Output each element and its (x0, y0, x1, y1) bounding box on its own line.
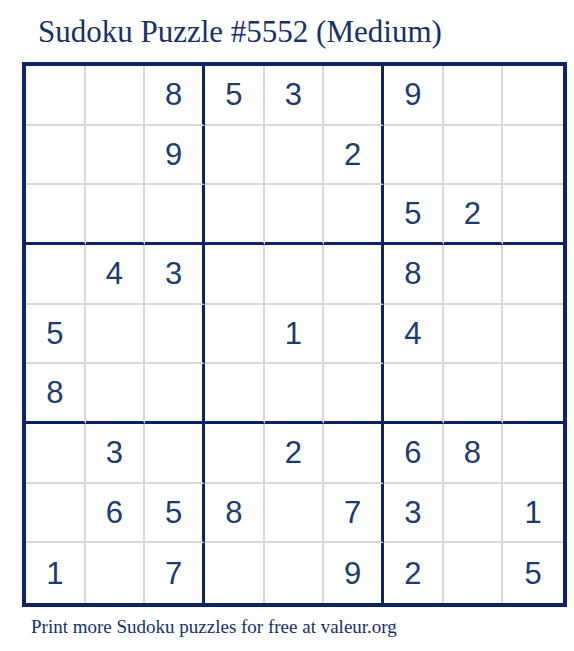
cell-r8c2[interactable]: 6 (86, 484, 146, 544)
cell-r5c6[interactable] (324, 305, 384, 365)
cell-r2c6[interactable]: 2 (324, 126, 384, 186)
cell-r3c3[interactable] (145, 185, 205, 245)
cell-r6c2[interactable] (86, 364, 146, 424)
cell-r3c2[interactable] (86, 185, 146, 245)
cell-r8c8[interactable] (444, 484, 504, 544)
cell-r7c8[interactable]: 8 (444, 424, 504, 484)
cell-r7c7[interactable]: 6 (384, 424, 444, 484)
cell-r9c4[interactable] (205, 543, 265, 603)
cell-r7c9[interactable] (503, 424, 563, 484)
cell-r4c2[interactable]: 4 (86, 245, 146, 305)
cell-r4c9[interactable] (503, 245, 563, 305)
cell-r9c6[interactable]: 9 (324, 543, 384, 603)
cell-r5c1[interactable]: 5 (26, 305, 86, 365)
cell-r1c9[interactable] (503, 66, 563, 126)
cell-r2c1[interactable] (26, 126, 86, 186)
cell-r5c5[interactable]: 1 (265, 305, 325, 365)
cell-r9c8[interactable] (444, 543, 504, 603)
cell-r1c3[interactable]: 8 (145, 66, 205, 126)
cell-r6c7[interactable] (384, 364, 444, 424)
cell-r9c9[interactable]: 5 (503, 543, 563, 603)
cell-r5c4[interactable] (205, 305, 265, 365)
cell-r7c5[interactable]: 2 (265, 424, 325, 484)
cell-r5c8[interactable] (444, 305, 504, 365)
cell-r2c8[interactable] (444, 126, 504, 186)
cell-r6c1[interactable]: 8 (26, 364, 86, 424)
cell-r1c4[interactable]: 5 (205, 66, 265, 126)
cell-r8c9[interactable]: 1 (503, 484, 563, 544)
cell-r9c1[interactable]: 1 (26, 543, 86, 603)
cell-r4c5[interactable] (265, 245, 325, 305)
cell-r9c2[interactable] (86, 543, 146, 603)
cell-r1c5[interactable]: 3 (265, 66, 325, 126)
cell-r5c3[interactable] (145, 305, 205, 365)
puzzle-title: Sudoku Puzzle #5552 (Medium) (38, 14, 442, 50)
cell-r7c6[interactable] (324, 424, 384, 484)
cell-r5c2[interactable] (86, 305, 146, 365)
cell-r2c7[interactable] (384, 126, 444, 186)
cell-r2c2[interactable] (86, 126, 146, 186)
sudoku-board: 853992524385148326865873117925 (22, 62, 567, 607)
cell-r3c6[interactable] (324, 185, 384, 245)
cell-r8c1[interactable] (26, 484, 86, 544)
cell-r4c4[interactable] (205, 245, 265, 305)
cell-r4c3[interactable]: 3 (145, 245, 205, 305)
cell-r6c9[interactable] (503, 364, 563, 424)
cell-r6c5[interactable] (265, 364, 325, 424)
cell-r6c6[interactable] (324, 364, 384, 424)
cell-r2c9[interactable] (503, 126, 563, 186)
cell-r9c5[interactable] (265, 543, 325, 603)
cell-r1c1[interactable] (26, 66, 86, 126)
cell-r3c1[interactable] (26, 185, 86, 245)
cell-r5c9[interactable] (503, 305, 563, 365)
cell-r4c7[interactable]: 8 (384, 245, 444, 305)
cell-r7c4[interactable] (205, 424, 265, 484)
cell-r8c6[interactable]: 7 (324, 484, 384, 544)
cell-r1c8[interactable] (444, 66, 504, 126)
cell-r7c3[interactable] (145, 424, 205, 484)
cell-r1c2[interactable] (86, 66, 146, 126)
cell-r9c7[interactable]: 2 (384, 543, 444, 603)
cell-r3c7[interactable]: 5 (384, 185, 444, 245)
cell-r3c9[interactable] (503, 185, 563, 245)
cell-r5c7[interactable]: 4 (384, 305, 444, 365)
cell-r8c5[interactable] (265, 484, 325, 544)
cell-r3c4[interactable] (205, 185, 265, 245)
page: Sudoku Puzzle #5552 (Medium) 85399252438… (0, 0, 574, 651)
cell-r9c3[interactable]: 7 (145, 543, 205, 603)
cell-r4c6[interactable] (324, 245, 384, 305)
cell-r4c8[interactable] (444, 245, 504, 305)
cell-r8c3[interactable]: 5 (145, 484, 205, 544)
cell-r2c5[interactable] (265, 126, 325, 186)
cell-r4c1[interactable] (26, 245, 86, 305)
footer-text: Print more Sudoku puzzles for free at va… (31, 616, 397, 638)
cell-r6c8[interactable] (444, 364, 504, 424)
cell-r2c4[interactable] (205, 126, 265, 186)
cell-r7c2[interactable]: 3 (86, 424, 146, 484)
cell-r6c4[interactable] (205, 364, 265, 424)
cell-r6c3[interactable] (145, 364, 205, 424)
cell-r2c3[interactable]: 9 (145, 126, 205, 186)
cell-r8c7[interactable]: 3 (384, 484, 444, 544)
cell-r1c6[interactable] (324, 66, 384, 126)
cell-r3c5[interactable] (265, 185, 325, 245)
cell-r7c1[interactable] (26, 424, 86, 484)
cell-r8c4[interactable]: 8 (205, 484, 265, 544)
cell-r1c7[interactable]: 9 (384, 66, 444, 126)
cell-r3c8[interactable]: 2 (444, 185, 504, 245)
